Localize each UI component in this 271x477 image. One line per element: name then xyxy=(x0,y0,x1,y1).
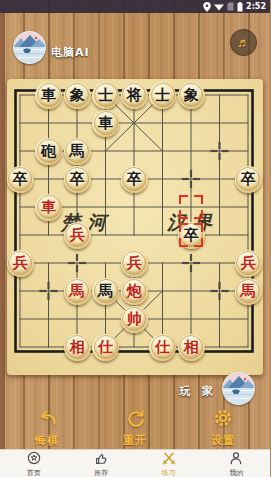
piece-black-pawn[interactable]: 卒 xyxy=(235,166,262,193)
piece-black-chariot[interactable]: 車 xyxy=(92,110,119,137)
xiangqi-board[interactable]: 楚河 汉界 車象士将士象車砲馬卒卒卒卒卒馬車兵兵兵兵馬炮馬帅相仕仕相 xyxy=(7,79,263,375)
piece-black-elephant[interactable]: 象 xyxy=(178,82,205,109)
piece-black-horse[interactable]: 馬 xyxy=(92,278,119,305)
piece-red-pawn[interactable]: 兵 xyxy=(121,250,148,277)
piece-black-pawn[interactable]: 卒 xyxy=(178,222,205,249)
piece-black-pawn[interactable]: 卒 xyxy=(64,166,91,193)
restart-icon xyxy=(124,407,146,432)
piece-red-horse[interactable]: 馬 xyxy=(235,278,262,305)
piece-black-cannon[interactable]: 砲 xyxy=(35,138,62,165)
settings-label: 设置 xyxy=(211,433,235,448)
nav-label-mine: 我的 xyxy=(229,469,243,476)
nav-label-recommend: 推荐 xyxy=(94,469,108,476)
status-bar: 2:52 xyxy=(0,0,270,13)
landscape-art xyxy=(14,32,45,63)
nav-item-home[interactable]: 首页 xyxy=(0,450,68,477)
badge-star-icon xyxy=(27,451,41,468)
battery-icon xyxy=(237,2,243,12)
settings-button[interactable]: 设置 xyxy=(192,407,254,448)
status-time: 2:52 xyxy=(246,2,266,11)
sim-card-icon xyxy=(227,2,234,11)
restart-label: 重开 xyxy=(123,433,147,448)
piece-black-advisor[interactable]: 士 xyxy=(92,82,119,109)
location-pin-icon xyxy=(203,2,211,12)
opponent-avatar xyxy=(13,31,46,64)
piece-red-pawn[interactable]: 兵 xyxy=(7,250,34,277)
person-icon xyxy=(229,451,243,468)
piece-black-pawn[interactable]: 卒 xyxy=(121,166,148,193)
bottom-nav: 首页推荐练习我的 xyxy=(0,449,270,477)
nav-label-practice: 练习 xyxy=(162,469,176,476)
piece-red-general[interactable]: 帅 xyxy=(121,306,148,333)
crossed-swords-icon xyxy=(162,451,176,468)
undo-arrow-icon xyxy=(36,407,58,432)
piece-red-pawn[interactable]: 兵 xyxy=(235,250,262,277)
opponent-name: 电脑AI xyxy=(51,45,90,60)
piece-black-elephant[interactable]: 象 xyxy=(64,82,91,109)
thumbs-up-icon xyxy=(94,451,108,468)
undo-button[interactable]: 悔棋 xyxy=(16,407,78,448)
left-edge-shadow xyxy=(0,13,5,450)
piece-red-elephant[interactable]: 相 xyxy=(64,334,91,361)
player-avatar xyxy=(222,372,255,405)
piece-black-general[interactable]: 将 xyxy=(121,82,148,109)
piece-red-advisor[interactable]: 仕 xyxy=(149,334,176,361)
music-button[interactable]: ♬ xyxy=(230,29,257,56)
piece-black-pawn[interactable]: 卒 xyxy=(7,166,34,193)
nav-label-home: 首页 xyxy=(27,469,41,476)
piece-red-elephant[interactable]: 相 xyxy=(178,334,205,361)
piece-red-chariot[interactable]: 車 xyxy=(35,194,62,221)
restart-button[interactable]: 重开 xyxy=(104,407,166,448)
nav-item-mine[interactable]: 我的 xyxy=(203,450,271,477)
piece-red-pawn[interactable]: 兵 xyxy=(64,222,91,249)
landscape-art xyxy=(223,373,254,404)
piece-black-advisor[interactable]: 士 xyxy=(149,82,176,109)
wifi-icon xyxy=(214,2,224,11)
nav-item-recommend[interactable]: 推荐 xyxy=(68,450,136,477)
piece-red-cannon[interactable]: 炮 xyxy=(121,278,148,305)
piece-red-horse[interactable]: 馬 xyxy=(64,278,91,305)
undo-label: 悔棋 xyxy=(35,433,59,448)
music-note-icon: ♬ xyxy=(237,36,250,49)
nav-item-practice[interactable]: 练习 xyxy=(135,450,203,477)
piece-black-horse[interactable]: 馬 xyxy=(64,138,91,165)
player-name: 玩 家 xyxy=(179,384,217,399)
action-bar: 悔棋重开设置 xyxy=(0,407,270,448)
gear-icon xyxy=(212,407,234,432)
piece-red-advisor[interactable]: 仕 xyxy=(92,334,119,361)
piece-black-chariot[interactable]: 車 xyxy=(35,82,62,109)
